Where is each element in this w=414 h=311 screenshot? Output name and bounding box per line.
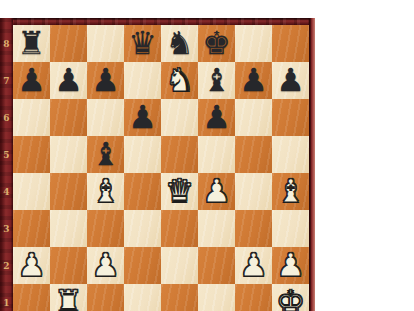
square-h8[interactable] — [272, 25, 309, 62]
square-b5[interactable] — [50, 136, 87, 173]
square-b7[interactable]: ♟ — [50, 62, 87, 99]
white-pawn: ♟ — [91, 247, 120, 284]
black-pawn: ♟ — [91, 62, 120, 99]
square-a6[interactable] — [13, 99, 50, 136]
black-pawn: ♟ — [202, 99, 231, 136]
white-queen: ♛ — [165, 173, 194, 210]
square-d8[interactable]: ♛ — [124, 25, 161, 62]
square-c8[interactable] — [87, 25, 124, 62]
square-h1[interactable]: ♚ — [272, 284, 309, 311]
square-e6[interactable] — [161, 99, 198, 136]
rank-label-4: 4 — [0, 173, 13, 210]
board-border-top — [0, 18, 315, 25]
square-g7[interactable]: ♟ — [235, 62, 272, 99]
black-bishop: ♝ — [202, 62, 231, 99]
square-b3[interactable] — [50, 210, 87, 247]
square-c5[interactable]: ♝ — [87, 136, 124, 173]
board-border-right — [309, 18, 315, 311]
square-g2[interactable]: ♟ — [235, 247, 272, 284]
chess-board: 87654321 ♜♛♞♚♟♟♟♞♝♟♟♟♟♝♝♛♟♝♟♟♟♟♜♚ — [0, 18, 315, 311]
square-f4[interactable]: ♟ — [198, 173, 235, 210]
square-b1[interactable]: ♜ — [50, 284, 87, 311]
board-squares: ♜♛♞♚♟♟♟♞♝♟♟♟♟♝♝♛♟♝♟♟♟♟♜♚ — [13, 25, 309, 311]
square-a1[interactable] — [13, 284, 50, 311]
square-e7[interactable]: ♞ — [161, 62, 198, 99]
square-d1[interactable] — [124, 284, 161, 311]
square-f6[interactable]: ♟ — [198, 99, 235, 136]
square-g8[interactable] — [235, 25, 272, 62]
square-f2[interactable] — [198, 247, 235, 284]
square-a5[interactable] — [13, 136, 50, 173]
white-pawn: ♟ — [17, 247, 46, 284]
square-g4[interactable] — [235, 173, 272, 210]
square-a3[interactable] — [13, 210, 50, 247]
black-rook: ♜ — [17, 25, 46, 62]
black-pawn: ♟ — [276, 62, 305, 99]
rank-labels: 87654321 — [0, 25, 13, 311]
square-d6[interactable]: ♟ — [124, 99, 161, 136]
white-king: ♚ — [276, 284, 305, 311]
white-bishop: ♝ — [276, 173, 305, 210]
white-bishop: ♝ — [91, 173, 120, 210]
rank-label-3: 3 — [0, 210, 13, 247]
white-pawn: ♟ — [276, 247, 305, 284]
square-h3[interactable] — [272, 210, 309, 247]
square-d7[interactable] — [124, 62, 161, 99]
square-e2[interactable] — [161, 247, 198, 284]
square-c6[interactable] — [87, 99, 124, 136]
square-h7[interactable]: ♟ — [272, 62, 309, 99]
square-b2[interactable] — [50, 247, 87, 284]
square-f1[interactable] — [198, 284, 235, 311]
square-a4[interactable] — [13, 173, 50, 210]
square-b6[interactable] — [50, 99, 87, 136]
square-h2[interactable]: ♟ — [272, 247, 309, 284]
square-c4[interactable]: ♝ — [87, 173, 124, 210]
square-g1[interactable] — [235, 284, 272, 311]
square-d3[interactable] — [124, 210, 161, 247]
black-pawn: ♟ — [128, 99, 157, 136]
square-e1[interactable] — [161, 284, 198, 311]
square-g5[interactable] — [235, 136, 272, 173]
square-g6[interactable] — [235, 99, 272, 136]
black-pawn: ♟ — [239, 62, 268, 99]
square-a8[interactable]: ♜ — [13, 25, 50, 62]
black-pawn: ♟ — [54, 62, 83, 99]
rank-label-5: 5 — [0, 136, 13, 173]
square-e8[interactable]: ♞ — [161, 25, 198, 62]
square-d2[interactable] — [124, 247, 161, 284]
square-a7[interactable]: ♟ — [13, 62, 50, 99]
white-pawn: ♟ — [239, 247, 268, 284]
square-e3[interactable] — [161, 210, 198, 247]
square-d5[interactable] — [124, 136, 161, 173]
square-c7[interactable]: ♟ — [87, 62, 124, 99]
black-knight: ♞ — [165, 25, 194, 62]
square-c2[interactable]: ♟ — [87, 247, 124, 284]
square-b4[interactable] — [50, 173, 87, 210]
square-e5[interactable] — [161, 136, 198, 173]
square-h4[interactable]: ♝ — [272, 173, 309, 210]
black-bishop: ♝ — [91, 136, 120, 173]
black-pawn: ♟ — [17, 62, 46, 99]
rank-label-8: 8 — [0, 25, 13, 62]
rank-label-6: 6 — [0, 99, 13, 136]
rank-label-1: 1 — [0, 284, 13, 311]
square-h6[interactable] — [272, 99, 309, 136]
square-f5[interactable] — [198, 136, 235, 173]
white-knight: ♞ — [165, 62, 194, 99]
black-queen: ♛ — [128, 25, 157, 62]
square-f3[interactable] — [198, 210, 235, 247]
square-c3[interactable] — [87, 210, 124, 247]
square-a2[interactable]: ♟ — [13, 247, 50, 284]
black-king: ♚ — [202, 25, 231, 62]
square-b8[interactable] — [50, 25, 87, 62]
square-h5[interactable] — [272, 136, 309, 173]
square-e4[interactable]: ♛ — [161, 173, 198, 210]
white-pawn: ♟ — [202, 173, 231, 210]
square-f7[interactable]: ♝ — [198, 62, 235, 99]
square-d4[interactable] — [124, 173, 161, 210]
rank-label-7: 7 — [0, 62, 13, 99]
white-rook: ♜ — [54, 284, 83, 311]
rank-label-2: 2 — [0, 247, 13, 284]
square-g3[interactable] — [235, 210, 272, 247]
square-c1[interactable] — [87, 284, 124, 311]
page-background: { "game": "chess", "position": { "fen": … — [0, 0, 414, 311]
square-f8[interactable]: ♚ — [198, 25, 235, 62]
